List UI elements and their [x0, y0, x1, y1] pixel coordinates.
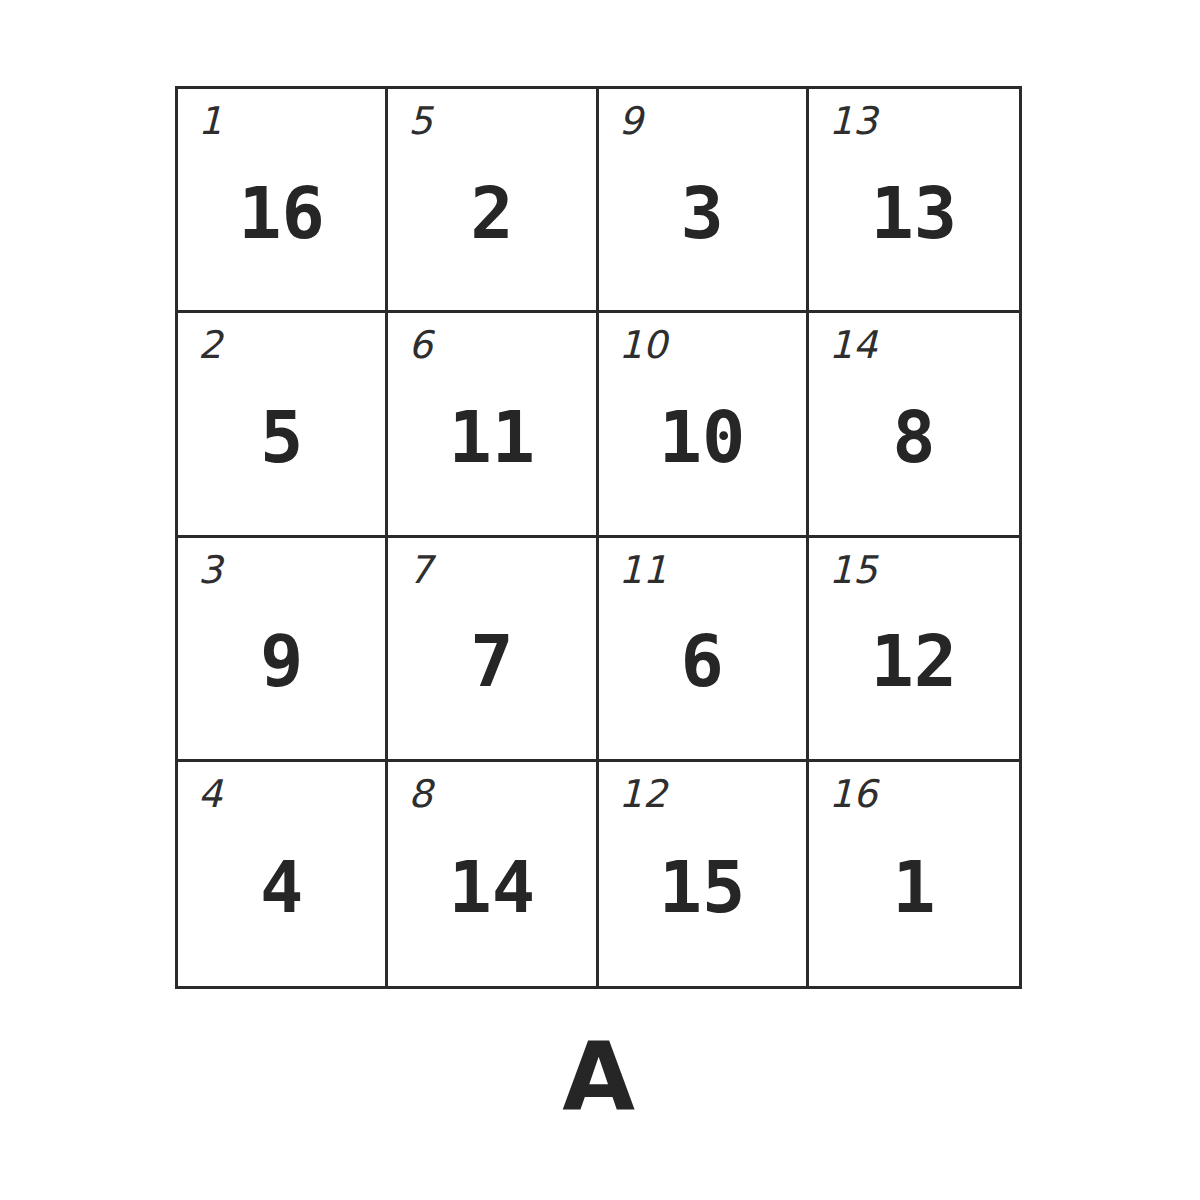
- cell-value: 3: [680, 171, 723, 255]
- cell-r4c3: 12 15: [599, 762, 809, 986]
- cell-r3c4: 15 12: [809, 538, 1019, 762]
- cell-r2c3: 10 10: [599, 313, 809, 537]
- cell-value-wrap: 2: [388, 89, 595, 310]
- cell-value: 16: [238, 171, 325, 255]
- cell-value: 10: [659, 395, 746, 479]
- cell-value: 5: [260, 395, 303, 479]
- cell-value-wrap: 11: [388, 313, 595, 534]
- cell-r3c3: 11 6: [599, 538, 809, 762]
- cell-value-wrap: 14: [388, 762, 595, 986]
- cell-value-wrap: 8: [809, 313, 1019, 534]
- grid-label: A: [175, 1031, 1022, 1125]
- cell-value: 13: [871, 171, 958, 255]
- cell-value: 11: [449, 395, 536, 479]
- cell-r2c1: 2 5: [178, 313, 388, 537]
- cell-r2c2: 6 11: [388, 313, 598, 537]
- cell-value-wrap: 9: [178, 538, 385, 759]
- cell-r4c1: 4 4: [178, 762, 388, 986]
- cell-value-wrap: 13: [809, 89, 1019, 310]
- cell-r3c2: 7 7: [388, 538, 598, 762]
- cell-value-wrap: 6: [599, 538, 806, 759]
- cell-value: 1: [892, 845, 935, 929]
- cell-value-wrap: 10: [599, 313, 806, 534]
- cell-value: 14: [449, 845, 536, 929]
- cell-value-wrap: 16: [178, 89, 385, 310]
- cell-r1c3: 9 3: [599, 89, 809, 313]
- cell-value-wrap: 12: [809, 538, 1019, 759]
- cell-value-wrap: 1: [809, 762, 1019, 986]
- magic-square-grid: 1 16 5 2 9 3 13 13 2 5 6 11 10 10 14 8 3…: [175, 86, 1022, 989]
- cell-r1c4: 13 13: [809, 89, 1019, 313]
- cell-value: 8: [892, 395, 935, 479]
- cell-value-wrap: 5: [178, 313, 385, 534]
- cell-r1c2: 5 2: [388, 89, 598, 313]
- cell-value: 6: [680, 619, 723, 703]
- cell-value: 12: [871, 619, 958, 703]
- cell-r2c4: 14 8: [809, 313, 1019, 537]
- cell-value-wrap: 3: [599, 89, 806, 310]
- cell-r4c2: 8 14: [388, 762, 598, 986]
- cell-value: 15: [659, 845, 746, 929]
- cell-value-wrap: 15: [599, 762, 806, 986]
- cell-value-wrap: 7: [388, 538, 595, 759]
- cell-value: 7: [470, 619, 513, 703]
- cell-value-wrap: 4: [178, 762, 385, 986]
- cell-r3c1: 3 9: [178, 538, 388, 762]
- cell-value: 4: [260, 845, 303, 929]
- cell-value: 9: [260, 619, 303, 703]
- cell-r4c4: 16 1: [809, 762, 1019, 986]
- cell-value: 2: [470, 171, 513, 255]
- cell-r1c1: 1 16: [178, 89, 388, 313]
